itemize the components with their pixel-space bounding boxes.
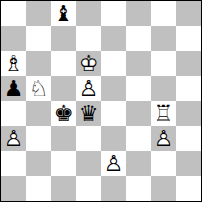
square-b8[interactable] bbox=[26, 1, 51, 26]
square-d4[interactable]: ♛ bbox=[76, 101, 101, 126]
piece-glyph: ♘ bbox=[26, 76, 51, 101]
square-h2[interactable] bbox=[176, 151, 201, 176]
white-pawn[interactable]: ♟♙ bbox=[101, 151, 126, 176]
square-g7[interactable] bbox=[151, 26, 176, 51]
square-f5[interactable] bbox=[126, 76, 151, 101]
square-d1[interactable] bbox=[76, 176, 101, 201]
square-b3[interactable] bbox=[26, 126, 51, 151]
white-bishop[interactable]: ♝♗ bbox=[1, 51, 26, 76]
square-b1[interactable] bbox=[26, 176, 51, 201]
square-e8[interactable] bbox=[101, 1, 126, 26]
piece-glyph: ♝ bbox=[51, 1, 76, 26]
square-g8[interactable] bbox=[151, 1, 176, 26]
square-d7[interactable] bbox=[76, 26, 101, 51]
piece-glyph: ♖ bbox=[151, 101, 176, 126]
square-d8[interactable] bbox=[76, 1, 101, 26]
square-f3[interactable] bbox=[126, 126, 151, 151]
black-queen[interactable]: ♛ bbox=[76, 101, 101, 126]
square-a7[interactable] bbox=[1, 26, 26, 51]
piece-glyph: ♙ bbox=[151, 126, 176, 151]
white-pawn[interactable]: ♟♙ bbox=[151, 126, 176, 151]
white-knight[interactable]: ♞♘ bbox=[26, 76, 51, 101]
piece-glyph: ♚ bbox=[51, 101, 76, 126]
white-king[interactable]: ♚♔ bbox=[76, 51, 101, 76]
square-h4[interactable] bbox=[176, 101, 201, 126]
square-e5[interactable] bbox=[101, 76, 126, 101]
square-h7[interactable] bbox=[176, 26, 201, 51]
square-c6[interactable] bbox=[51, 51, 76, 76]
square-h6[interactable] bbox=[176, 51, 201, 76]
piece-glyph: ♙ bbox=[76, 76, 101, 101]
square-b2[interactable] bbox=[26, 151, 51, 176]
square-a1[interactable] bbox=[1, 176, 26, 201]
square-h3[interactable] bbox=[176, 126, 201, 151]
square-h8[interactable] bbox=[176, 1, 201, 26]
square-d3[interactable] bbox=[76, 126, 101, 151]
square-f6[interactable] bbox=[126, 51, 151, 76]
square-b5[interactable]: ♞♘ bbox=[26, 76, 51, 101]
piece-glyph: ♛ bbox=[76, 101, 101, 126]
piece-glyph: ♙ bbox=[1, 126, 26, 151]
square-g6[interactable] bbox=[151, 51, 176, 76]
square-f1[interactable] bbox=[126, 176, 151, 201]
piece-glyph: ♙ bbox=[101, 151, 126, 176]
square-f4[interactable] bbox=[126, 101, 151, 126]
square-e6[interactable] bbox=[101, 51, 126, 76]
square-c2[interactable] bbox=[51, 151, 76, 176]
square-c5[interactable] bbox=[51, 76, 76, 101]
square-e7[interactable] bbox=[101, 26, 126, 51]
square-c3[interactable] bbox=[51, 126, 76, 151]
piece-glyph: ♟ bbox=[1, 76, 26, 101]
square-b6[interactable] bbox=[26, 51, 51, 76]
square-g2[interactable] bbox=[151, 151, 176, 176]
piece-glyph: ♗ bbox=[1, 51, 26, 76]
chess-board: ♝♝♗♚♔♟♞♘♟♙♚♛♜♖♟♙♟♙♟♙ bbox=[0, 0, 202, 202]
square-c8[interactable]: ♝ bbox=[51, 1, 76, 26]
square-e2[interactable]: ♟♙ bbox=[101, 151, 126, 176]
square-g3[interactable]: ♟♙ bbox=[151, 126, 176, 151]
piece-glyph: ♔ bbox=[76, 51, 101, 76]
square-a4[interactable] bbox=[1, 101, 26, 126]
square-a6[interactable]: ♝♗ bbox=[1, 51, 26, 76]
square-f2[interactable] bbox=[126, 151, 151, 176]
square-g5[interactable] bbox=[151, 76, 176, 101]
square-e3[interactable] bbox=[101, 126, 126, 151]
square-h5[interactable] bbox=[176, 76, 201, 101]
square-c4[interactable]: ♚ bbox=[51, 101, 76, 126]
square-g4[interactable]: ♜♖ bbox=[151, 101, 176, 126]
square-b4[interactable] bbox=[26, 101, 51, 126]
square-a8[interactable] bbox=[1, 1, 26, 26]
square-a2[interactable] bbox=[1, 151, 26, 176]
square-f7[interactable] bbox=[126, 26, 151, 51]
square-c1[interactable] bbox=[51, 176, 76, 201]
square-a3[interactable]: ♟♙ bbox=[1, 126, 26, 151]
black-bishop[interactable]: ♝ bbox=[51, 1, 76, 26]
square-a5[interactable]: ♟ bbox=[1, 76, 26, 101]
white-rook[interactable]: ♜♖ bbox=[151, 101, 176, 126]
square-d6[interactable]: ♚♔ bbox=[76, 51, 101, 76]
square-g1[interactable] bbox=[151, 176, 176, 201]
square-d5[interactable]: ♟♙ bbox=[76, 76, 101, 101]
black-king[interactable]: ♚ bbox=[51, 101, 76, 126]
white-pawn[interactable]: ♟♙ bbox=[1, 126, 26, 151]
square-b7[interactable] bbox=[26, 26, 51, 51]
square-e1[interactable] bbox=[101, 176, 126, 201]
square-d2[interactable] bbox=[76, 151, 101, 176]
square-f8[interactable] bbox=[126, 1, 151, 26]
square-h1[interactable] bbox=[176, 176, 201, 201]
black-pawn[interactable]: ♟ bbox=[1, 76, 26, 101]
square-e4[interactable] bbox=[101, 101, 126, 126]
square-c7[interactable] bbox=[51, 26, 76, 51]
white-pawn[interactable]: ♟♙ bbox=[76, 76, 101, 101]
